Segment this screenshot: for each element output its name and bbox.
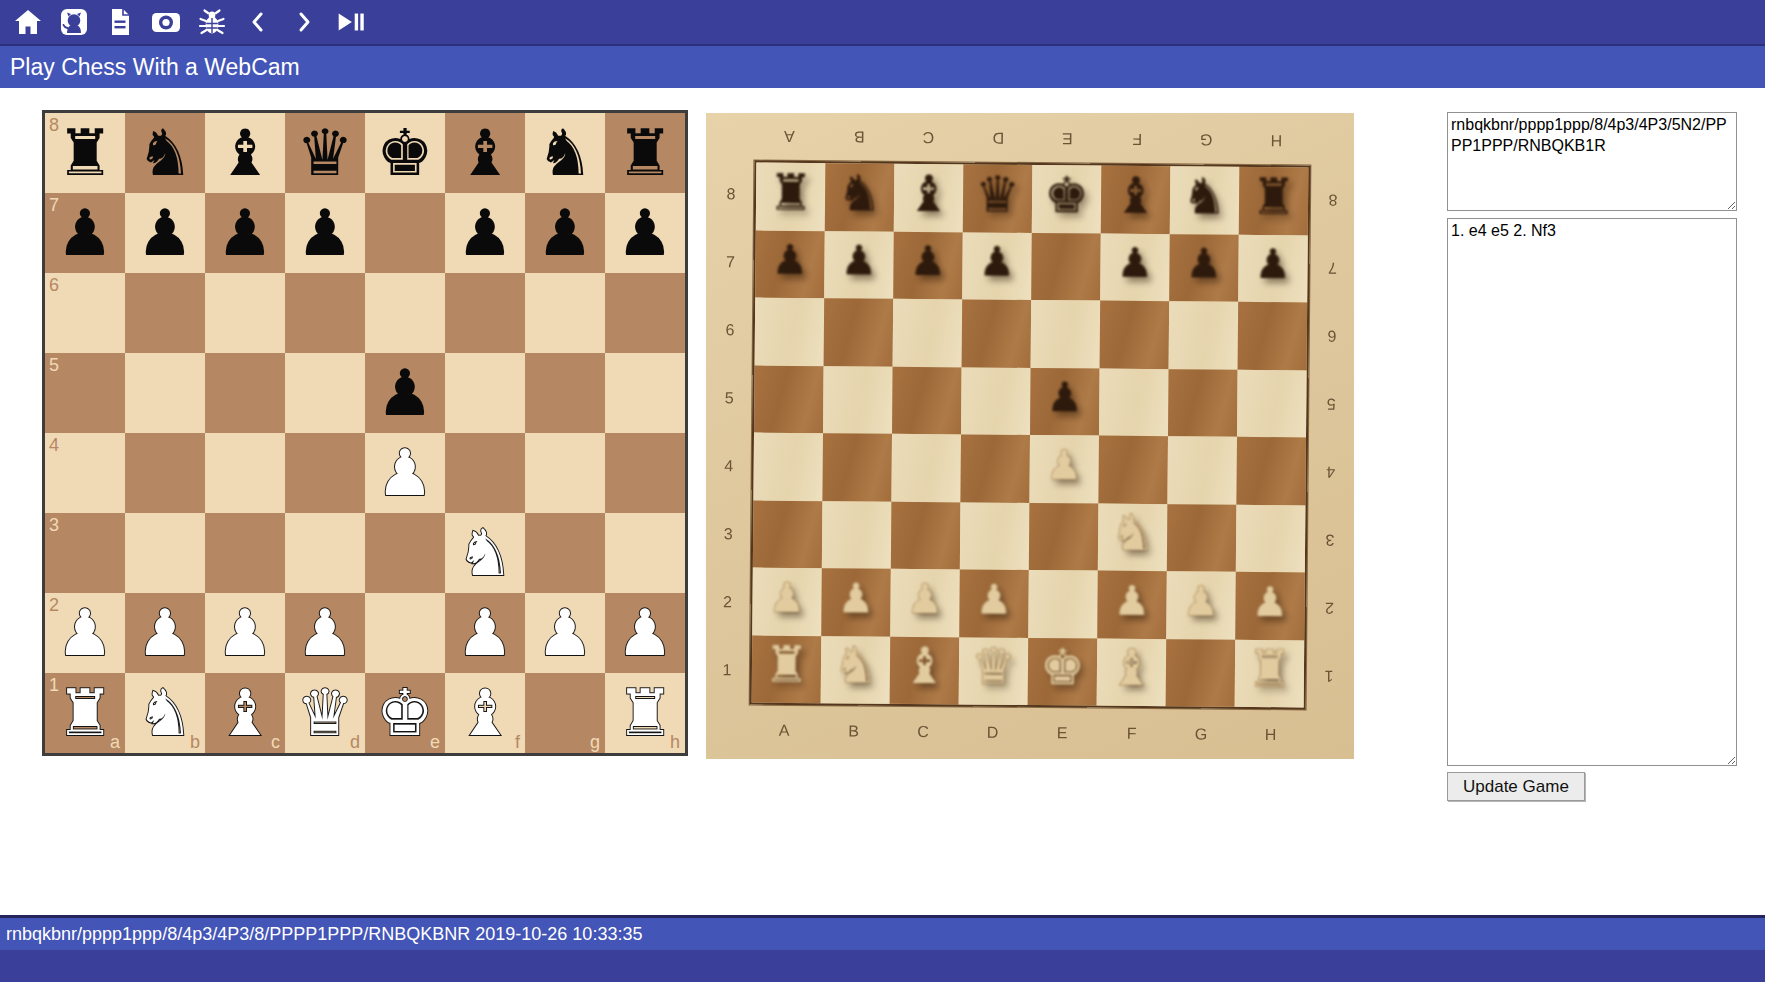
- title-bar: Play Chess With a WebCam: [0, 46, 1765, 88]
- photo-square-d5: [961, 367, 1031, 435]
- photo-black-pawn-g7: ♟: [1169, 230, 1239, 298]
- play-pause-icon[interactable]: [334, 6, 366, 38]
- screen-board: 8♜♞♝♛♚♝♞♜7♟♟♟♟♟♟♟65♟4♟3♞2♟♟♟♟♟♟♟1a♜b♞c♝d…: [45, 113, 685, 753]
- document-icon[interactable]: [104, 6, 136, 38]
- photo-black-knight-g8: ♞: [1170, 162, 1240, 230]
- square-c1: c♝: [205, 673, 285, 753]
- square-f6: [445, 273, 525, 353]
- photo-square-h5: [1237, 369, 1307, 437]
- photo-file-bottom-H: H: [1236, 709, 1306, 759]
- photo-white-queen-d1: ♛: [959, 633, 1029, 701]
- square-g1: g: [525, 673, 605, 753]
- photo-white-king-e1: ♚: [1028, 633, 1098, 701]
- photo-rank-right-2: 2: [1306, 573, 1353, 641]
- square-f1: f♝: [445, 673, 525, 753]
- black-rook-a8: ♜: [45, 113, 125, 193]
- rank-label-5: 5: [49, 356, 59, 374]
- photo-square-g2: ♟: [1166, 571, 1236, 639]
- photo-square-f8: ♝: [1101, 166, 1171, 234]
- square-b6: [125, 273, 205, 353]
- photo-white-knight-f3: ♞: [1098, 499, 1168, 567]
- photo-black-knight-b8: ♞: [825, 159, 895, 227]
- photo-square-g1: [1166, 639, 1236, 707]
- photo-square-b7: ♟: [824, 231, 894, 299]
- square-d6: [285, 273, 365, 353]
- square-d5: [285, 353, 365, 433]
- photo-square-b1: ♞: [821, 636, 891, 704]
- square-f8: ♝: [445, 113, 525, 193]
- file-label-g: g: [590, 733, 600, 751]
- photo-square-g6: [1169, 301, 1239, 369]
- photo-square-h8: ♜: [1239, 167, 1309, 235]
- square-e4: ♟: [365, 433, 445, 513]
- square-d3: [285, 513, 365, 593]
- square-c3: [205, 513, 285, 593]
- photo-rank-left-7: 7: [707, 228, 754, 296]
- square-c8: ♝: [205, 113, 285, 193]
- photo-square-a5: [754, 365, 824, 433]
- square-e8: ♚: [365, 113, 445, 193]
- white-knight-b1: ♞: [125, 673, 205, 753]
- photo-file-top-E: E: [1032, 113, 1102, 164]
- photo-square-a4: [753, 433, 823, 501]
- photo-black-pawn-d7: ♟: [962, 228, 1032, 296]
- photo-square-f6: [1100, 301, 1170, 369]
- photo-file-bottom-F: F: [1097, 708, 1167, 759]
- photo-square-a2: ♟: [752, 568, 822, 636]
- photo-square-e1: ♚: [1028, 637, 1098, 705]
- photo-white-pawn-b2: ♟: [821, 564, 891, 632]
- photo-square-d4: [960, 434, 1030, 502]
- square-a7: 7♟: [45, 193, 125, 273]
- photo-white-pawn-c2: ♟: [890, 565, 960, 633]
- photo-square-d8: ♛: [963, 164, 1033, 232]
- photo-file-top-C: C: [893, 113, 963, 162]
- square-h8: ♜: [605, 113, 685, 193]
- photo-square-e7: [1031, 233, 1101, 301]
- photo-black-pawn-h7: ♟: [1238, 230, 1308, 298]
- white-rook-a1: ♜: [45, 673, 125, 753]
- square-b2: ♟: [125, 593, 205, 673]
- photo-square-e4: ♟: [1029, 435, 1099, 503]
- photo-rank-left-3: 3: [706, 500, 751, 568]
- rank-label-6: 6: [49, 276, 59, 294]
- square-f5: [445, 353, 525, 433]
- white-pawn-e4: ♟: [365, 433, 445, 513]
- square-h2: ♟: [605, 593, 685, 673]
- square-g5: [525, 353, 605, 433]
- white-king-e1: ♚: [365, 673, 445, 753]
- square-a6: 6: [45, 273, 125, 353]
- photo-white-bishop-c1: ♝: [890, 632, 960, 700]
- photo-square-e6: [1031, 300, 1101, 368]
- photo-rank-left-8: 8: [708, 160, 755, 228]
- square-h5: [605, 353, 685, 433]
- photo-square-a1: ♜: [752, 635, 822, 703]
- photo-white-rook-a1: ♜: [752, 631, 822, 699]
- square-h6: [605, 273, 685, 353]
- photo-rank-left-2: 2: [706, 568, 751, 636]
- photo-square-c1: ♝: [890, 636, 960, 704]
- photo-black-pawn-b7: ♟: [824, 227, 894, 295]
- black-pawn-f7: ♟: [445, 193, 525, 273]
- photo-square-f7: ♟: [1100, 233, 1170, 301]
- photo-square-f3: ♞: [1098, 503, 1168, 571]
- square-g4: [525, 433, 605, 513]
- square-a4: 4: [45, 433, 125, 513]
- photo-square-b2: ♟: [821, 568, 891, 636]
- photo-white-pawn-a2: ♟: [752, 564, 822, 632]
- rank-label-4: 4: [49, 436, 59, 454]
- status-bar: rnbqkbnr/pppp1ppp/8/4p3/4P3/8/PPPP1PPP/R…: [0, 915, 1765, 950]
- square-b4: [125, 433, 205, 513]
- black-queen-d8: ♛: [285, 113, 365, 193]
- photo-square-a3: [753, 500, 823, 568]
- photo-square-e3: [1029, 502, 1099, 570]
- photo-square-b4: [822, 433, 892, 501]
- back-icon[interactable]: [242, 6, 274, 38]
- photo-file-bottom-B: B: [819, 705, 889, 758]
- photo-square-h7: ♟: [1238, 234, 1308, 302]
- webcam-image: ABCDEFGH 87654321 ♜♞♝♛♚♝♞♜♟♟♟♟♟♟♟♟♟♞♟♟♟♟…: [706, 113, 1354, 759]
- update-game-button[interactable]: Update Game: [1447, 772, 1585, 801]
- photo-rank-left-6: 6: [707, 296, 754, 364]
- photo-white-bishop-f1: ♝: [1097, 634, 1167, 702]
- photo-rank-left-5: 5: [706, 364, 753, 432]
- photo-square-c5: [892, 366, 962, 434]
- photo-file-top-F: F: [1102, 114, 1172, 165]
- square-a3: 3: [45, 513, 125, 593]
- photo-square-h3: [1236, 504, 1306, 572]
- square-c2: ♟: [205, 593, 285, 673]
- photo-square-a8: ♜: [756, 163, 826, 231]
- photo-black-queen-d8: ♛: [963, 160, 1033, 228]
- photo-square-b6: [824, 298, 894, 366]
- photo-white-pawn-h2: ♟: [1235, 568, 1305, 636]
- photo-square-g5: [1168, 369, 1238, 437]
- square-c6: [205, 273, 285, 353]
- github-icon[interactable]: [58, 6, 90, 38]
- square-b7: ♟: [125, 193, 205, 273]
- black-knight-g8: ♞: [525, 113, 605, 193]
- photo-black-pawn-c7: ♟: [893, 227, 963, 295]
- photo-square-b8: ♞: [825, 163, 895, 231]
- photo-square-f5: [1099, 368, 1169, 436]
- photo-white-knight-b1: ♞: [821, 632, 891, 700]
- white-pawn-g2: ♟: [525, 593, 605, 673]
- black-pawn-d7: ♟: [285, 193, 365, 273]
- photo-black-rook-a8: ♜: [756, 159, 826, 227]
- white-pawn-f2: ♟: [445, 593, 525, 673]
- toolbar: [0, 0, 1765, 46]
- photo-file-top-H: H: [1241, 115, 1311, 166]
- square-e5: ♟: [365, 353, 445, 433]
- home-icon[interactable]: [12, 6, 44, 38]
- photo-square-b5: [823, 366, 893, 434]
- photo-square-d2: ♟: [959, 569, 1029, 637]
- black-bishop-c8: ♝: [205, 113, 285, 193]
- photo-square-h4: [1236, 437, 1306, 505]
- photo-square-f4: [1098, 436, 1168, 504]
- white-queen-d1: ♛: [285, 673, 365, 753]
- square-d2: ♟: [285, 593, 365, 673]
- white-pawn-b2: ♟: [125, 593, 205, 673]
- square-f3: ♞: [445, 513, 525, 593]
- photo-rank-right-5: 5: [1308, 369, 1354, 437]
- photo-black-rook-h8: ♜: [1239, 163, 1309, 231]
- square-e2: [365, 593, 445, 673]
- photo-file-bottom-E: E: [1027, 707, 1097, 759]
- fen-input[interactable]: rnbqkbnr/pppp1ppp/8/4p3/4P3/5N2/PPPP1PPP…: [1447, 112, 1737, 211]
- photo-square-e5: ♟: [1030, 368, 1100, 436]
- square-a2: 2♟: [45, 593, 125, 673]
- photo-file-bottom-D: D: [958, 706, 1028, 759]
- photo-square-b3: [822, 501, 892, 569]
- square-a8: 8♜: [45, 113, 125, 193]
- webcam-files-top: ABCDEFGH: [754, 113, 1310, 165]
- photo-square-d7: ♟: [962, 232, 1032, 300]
- white-rook-h1: ♜: [605, 673, 685, 753]
- photo-white-pawn-g2: ♟: [1166, 567, 1236, 635]
- square-a5: 5: [45, 353, 125, 433]
- square-g3: [525, 513, 605, 593]
- photo-file-bottom-A: A: [749, 705, 819, 758]
- square-c7: ♟: [205, 193, 285, 273]
- photo-square-g3: [1167, 504, 1237, 572]
- square-h7: ♟: [605, 193, 685, 273]
- photo-square-h6: [1238, 302, 1308, 370]
- square-e1: e♚: [365, 673, 445, 753]
- webcam-files-bottom: ABCDEFGH: [749, 705, 1305, 759]
- photo-rank-right-3: 3: [1307, 505, 1354, 573]
- square-f7: ♟: [445, 193, 525, 273]
- photo-square-c3: [891, 501, 961, 569]
- photo-square-h1: ♜: [1235, 639, 1305, 707]
- white-pawn-h2: ♟: [605, 593, 685, 673]
- photo-rank-left-1: 1: [706, 636, 750, 704]
- square-b5: [125, 353, 205, 433]
- photo-square-h2: ♟: [1235, 572, 1305, 640]
- photo-square-c7: ♟: [893, 231, 963, 299]
- black-pawn-g7: ♟: [525, 193, 605, 273]
- square-e6: [365, 273, 445, 353]
- black-king-e8: ♚: [365, 113, 445, 193]
- page-title: Play Chess With a WebCam: [10, 54, 300, 81]
- photo-square-c6: [893, 299, 963, 367]
- white-knight-f3: ♞: [445, 513, 525, 593]
- white-bishop-f1: ♝: [445, 673, 525, 753]
- black-pawn-e5: ♟: [365, 353, 445, 433]
- square-h3: [605, 513, 685, 593]
- photo-rank-right-7: 7: [1309, 233, 1354, 301]
- forward-icon[interactable]: [288, 6, 320, 38]
- moves-input[interactable]: 1. e4 e5 2. Nf3: [1447, 218, 1737, 766]
- black-pawn-c7: ♟: [205, 193, 285, 273]
- square-g7: ♟: [525, 193, 605, 273]
- square-d1: d♛: [285, 673, 365, 753]
- square-e3: [365, 513, 445, 593]
- photo-square-c8: ♝: [894, 164, 964, 232]
- status-text: rnbqkbnr/pppp1ppp/8/4p3/4P3/8/PPPP1PPP/R…: [6, 924, 642, 945]
- square-a1: 1a♜: [45, 673, 125, 753]
- photo-square-f2: ♟: [1097, 571, 1167, 639]
- photo-black-king-e8: ♚: [1032, 161, 1102, 229]
- square-f4: [445, 433, 525, 513]
- square-g2: ♟: [525, 593, 605, 673]
- photo-file-bottom-G: G: [1166, 708, 1236, 759]
- black-bishop-f8: ♝: [445, 113, 525, 193]
- photo-rank-right-4: 4: [1307, 437, 1354, 505]
- photo-rank-right-8: 8: [1310, 165, 1354, 233]
- bug-icon[interactable]: [196, 6, 228, 38]
- photo-white-pawn-f2: ♟: [1097, 567, 1167, 635]
- photo-white-pawn-e4: ♟: [1029, 431, 1099, 499]
- photo-black-pawn-e5: ♟: [1030, 364, 1100, 432]
- photo-square-d3: [960, 502, 1030, 570]
- bottom-strip: [0, 950, 1765, 982]
- white-bishop-c1: ♝: [205, 673, 285, 753]
- photo-white-pawn-d2: ♟: [959, 565, 1029, 633]
- photo-file-top-G: G: [1171, 114, 1241, 165]
- photo-rank-right-1: 1: [1306, 641, 1353, 709]
- black-pawn-h7: ♟: [605, 193, 685, 273]
- square-e7: [365, 193, 445, 273]
- square-g6: [525, 273, 605, 353]
- photo-square-c2: ♟: [890, 569, 960, 637]
- photo-square-e8: ♚: [1032, 165, 1102, 233]
- photo-file-bottom-C: C: [888, 706, 958, 759]
- photo-square-c4: [891, 434, 961, 502]
- square-d7: ♟: [285, 193, 365, 273]
- square-h4: [605, 433, 685, 513]
- square-h1: h♜: [605, 673, 685, 753]
- square-b8: ♞: [125, 113, 205, 193]
- white-pawn-d2: ♟: [285, 593, 365, 673]
- white-pawn-a2: ♟: [45, 593, 125, 673]
- photo-black-bishop-f8: ♝: [1101, 162, 1171, 230]
- square-d4: [285, 433, 365, 513]
- webcam-board: ABCDEFGH 87654321 ♜♞♝♛♚♝♞♜♟♟♟♟♟♟♟♟♟♞♟♟♟♟…: [706, 113, 1354, 759]
- photo-file-top-B: B: [824, 113, 894, 162]
- photo-square-a6: [755, 298, 825, 366]
- square-f2: ♟: [445, 593, 525, 673]
- photo-square-d1: ♛: [959, 637, 1029, 705]
- screen-board-wrap: 8♜♞♝♛♚♝♞♜7♟♟♟♟♟♟♟65♟4♟3♞2♟♟♟♟♟♟♟1a♜b♞c♝d…: [42, 110, 688, 756]
- photo-square-a7: ♟: [755, 230, 825, 298]
- photo-file-top-D: D: [963, 113, 1033, 163]
- black-knight-b8: ♞: [125, 113, 205, 193]
- photo-rank-right-6: 6: [1309, 301, 1354, 369]
- square-b3: [125, 513, 205, 593]
- photo-black-pawn-f7: ♟: [1100, 229, 1170, 297]
- square-g8: ♞: [525, 113, 605, 193]
- photo-square-g8: ♞: [1170, 166, 1240, 234]
- white-pawn-c2: ♟: [205, 593, 285, 673]
- black-rook-h8: ♜: [605, 113, 685, 193]
- photo-rank-left-4: 4: [706, 432, 752, 500]
- webcam-board-grid: ♜♞♝♛♚♝♞♜♟♟♟♟♟♟♟♟♟♞♟♟♟♟♟♟♟♜♞♝♛♚♝♜: [750, 161, 1311, 710]
- photo-square-f1: ♝: [1097, 638, 1167, 706]
- webcam-frame-corner: [1310, 115, 1354, 165]
- black-pawn-b7: ♟: [125, 193, 205, 273]
- photo-square-g4: [1167, 436, 1237, 504]
- black-pawn-a7: ♟: [45, 193, 125, 273]
- webcam-frame-corner: [706, 704, 750, 756]
- square-b1: b♞: [125, 673, 205, 753]
- photo-square-d6: [962, 299, 1032, 367]
- photo-white-rook-h1: ♜: [1235, 635, 1305, 703]
- square-c5: [205, 353, 285, 433]
- webcam-ranks-left: 87654321: [706, 160, 754, 704]
- photo-square-g7: ♟: [1169, 234, 1239, 302]
- camera-icon[interactable]: [150, 6, 182, 38]
- webcam-frame-corner: [1305, 709, 1351, 759]
- photo-black-pawn-a7: ♟: [755, 226, 825, 294]
- photo-black-bishop-c8: ♝: [894, 160, 964, 228]
- webcam-frame-corner: [708, 113, 754, 161]
- square-c4: [205, 433, 285, 513]
- webcam-ranks-right: 87654321: [1306, 165, 1354, 709]
- photo-square-e2: [1028, 570, 1098, 638]
- photo-file-top-A: A: [754, 113, 824, 161]
- square-d8: ♛: [285, 113, 365, 193]
- rank-label-3: 3: [49, 516, 59, 534]
